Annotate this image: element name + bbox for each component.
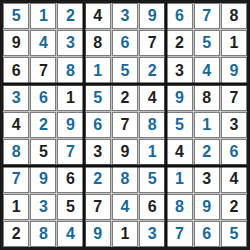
cell-r5c4[interactable]: 6	[85, 112, 111, 138]
cell-r6c8[interactable]: 2	[194, 139, 220, 165]
cell-r7c7[interactable]: 1	[166, 166, 192, 192]
cell-r4c8[interactable]: 8	[194, 85, 220, 111]
cell-r6c6[interactable]: 1	[139, 139, 165, 165]
cell-r6c5[interactable]: 9	[112, 139, 138, 165]
cell-r2c9[interactable]: 1	[221, 30, 247, 56]
cell-r8c1[interactable]: 1	[3, 194, 29, 220]
cell-r9c9[interactable]: 5	[221, 221, 247, 247]
cell-r5c2[interactable]: 2	[30, 112, 56, 138]
cell-r1c7[interactable]: 6	[166, 3, 192, 29]
cell-r3c5[interactable]: 5	[112, 57, 138, 83]
cell-r6c2[interactable]: 5	[30, 139, 56, 165]
cell-r9c4[interactable]: 9	[85, 221, 111, 247]
cell-r9c5[interactable]: 1	[112, 221, 138, 247]
cell-r3c6[interactable]: 2	[139, 57, 165, 83]
cell-r8c3[interactable]: 5	[57, 194, 83, 220]
cell-r1c3[interactable]: 2	[57, 3, 83, 29]
cell-r7c6[interactable]: 5	[139, 166, 165, 192]
cell-r7c9[interactable]: 4	[221, 166, 247, 192]
sudoku-app: 5124396789438672516781523493615249874296…	[0, 0, 250, 250]
cell-r4c6[interactable]: 4	[139, 85, 165, 111]
cell-r2c2[interactable]: 4	[30, 30, 56, 56]
cell-r4c2[interactable]: 6	[30, 85, 56, 111]
cell-r8c6[interactable]: 6	[139, 194, 165, 220]
sudoku-board: 5124396789438672516781523493615249874296…	[0, 0, 250, 250]
cell-r5c8[interactable]: 1	[194, 112, 220, 138]
cell-r1c9[interactable]: 8	[221, 3, 247, 29]
cell-r7c2[interactable]: 9	[30, 166, 56, 192]
cell-r5c1[interactable]: 4	[3, 112, 29, 138]
cell-r3c9[interactable]: 9	[221, 57, 247, 83]
cell-r2c3[interactable]: 3	[57, 30, 83, 56]
cell-r4c1[interactable]: 3	[3, 85, 29, 111]
cell-r6c1[interactable]: 8	[3, 139, 29, 165]
cell-r7c1[interactable]: 7	[3, 166, 29, 192]
cell-r9c8[interactable]: 6	[194, 221, 220, 247]
cell-r2c7[interactable]: 2	[166, 30, 192, 56]
cell-r6c7[interactable]: 4	[166, 139, 192, 165]
cell-r4c4[interactable]: 5	[85, 85, 111, 111]
cell-r9c3[interactable]: 4	[57, 221, 83, 247]
cell-r8c7[interactable]: 8	[166, 194, 192, 220]
cell-r2c6[interactable]: 7	[139, 30, 165, 56]
cell-r1c8[interactable]: 7	[194, 3, 220, 29]
cell-r8c2[interactable]: 3	[30, 194, 56, 220]
cell-r3c4[interactable]: 1	[85, 57, 111, 83]
cell-r3c7[interactable]: 3	[166, 57, 192, 83]
cell-r7c4[interactable]: 2	[85, 166, 111, 192]
cell-r1c4[interactable]: 4	[85, 3, 111, 29]
cell-r6c9[interactable]: 6	[221, 139, 247, 165]
cell-r5c9[interactable]: 3	[221, 112, 247, 138]
cell-r6c3[interactable]: 7	[57, 139, 83, 165]
cell-r8c9[interactable]: 2	[221, 194, 247, 220]
cell-r3c3[interactable]: 8	[57, 57, 83, 83]
cell-r2c5[interactable]: 6	[112, 30, 138, 56]
cell-r8c4[interactable]: 7	[85, 194, 111, 220]
cell-r7c3[interactable]: 6	[57, 166, 83, 192]
cell-r5c5[interactable]: 7	[112, 112, 138, 138]
cell-r9c6[interactable]: 3	[139, 221, 165, 247]
cell-r4c9[interactable]: 7	[221, 85, 247, 111]
cell-r9c7[interactable]: 7	[166, 221, 192, 247]
cell-r1c1[interactable]: 5	[3, 3, 29, 29]
cell-r8c5[interactable]: 4	[112, 194, 138, 220]
cell-r7c5[interactable]: 8	[112, 166, 138, 192]
cell-r4c5[interactable]: 2	[112, 85, 138, 111]
cell-r4c3[interactable]: 1	[57, 85, 83, 111]
cell-r1c2[interactable]: 1	[30, 3, 56, 29]
cell-r5c7[interactable]: 5	[166, 112, 192, 138]
cell-r9c1[interactable]: 2	[3, 221, 29, 247]
cell-r1c5[interactable]: 3	[112, 3, 138, 29]
cell-r1c6[interactable]: 9	[139, 3, 165, 29]
cell-r2c1[interactable]: 9	[3, 30, 29, 56]
cell-r7c8[interactable]: 3	[194, 166, 220, 192]
cell-r4c7[interactable]: 9	[166, 85, 192, 111]
cell-r6c4[interactable]: 3	[85, 139, 111, 165]
cell-r9c2[interactable]: 8	[30, 221, 56, 247]
cell-r5c3[interactable]: 9	[57, 112, 83, 138]
cell-r8c8[interactable]: 9	[194, 194, 220, 220]
cell-r5c6[interactable]: 8	[139, 112, 165, 138]
cell-r3c1[interactable]: 6	[3, 57, 29, 83]
cell-r2c8[interactable]: 5	[194, 30, 220, 56]
cell-r2c4[interactable]: 8	[85, 30, 111, 56]
cell-r3c8[interactable]: 4	[194, 57, 220, 83]
cell-r3c2[interactable]: 7	[30, 57, 56, 83]
